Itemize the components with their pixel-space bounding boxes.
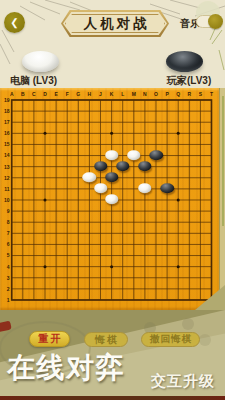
upgrade-label[interactable]: 交互升级 xyxy=(151,372,215,391)
stone-black-N13 xyxy=(138,161,152,171)
toggle-knob-icon xyxy=(208,14,223,29)
computer-stone-white xyxy=(22,51,59,72)
stone-white-M14 xyxy=(127,150,141,160)
app-screen: ❮ 人机对战 音乐 电脑 (LV3) 玩家(LV3) ABCDEFGHJKLMN… xyxy=(0,0,225,400)
stone-black-L13 xyxy=(116,161,130,171)
computer-label: 电脑 (LV3) xyxy=(10,74,57,88)
undo-button[interactable]: 悔棋 xyxy=(84,332,128,347)
stone-black-J13 xyxy=(94,161,108,171)
restart-button[interactable]: 重开 xyxy=(29,331,70,347)
stone-black-O14 xyxy=(149,150,163,160)
online-play-banner[interactable]: 在线对弈 xyxy=(7,349,125,387)
title-plaque: 人机对战 xyxy=(61,10,169,37)
stone-white-N11 xyxy=(138,183,152,193)
stone-white-K10 xyxy=(105,194,119,204)
stone-white-J11 xyxy=(94,183,108,193)
chevron-left-icon: ❮ xyxy=(10,17,18,28)
stone-white-H12 xyxy=(83,172,97,182)
music-toggle[interactable] xyxy=(196,15,222,28)
bottom-bar xyxy=(0,396,225,400)
bamboo-stalk-decoration xyxy=(222,96,224,226)
player-stone-black xyxy=(166,51,203,72)
stone-black-K12 xyxy=(105,172,119,182)
redo-undo-button[interactable]: 撤回悔棋 xyxy=(141,332,200,347)
player-label: 玩家(LV3) xyxy=(167,74,211,88)
stone-black-P11 xyxy=(160,183,174,193)
stone-white-K14 xyxy=(105,150,119,160)
page-title: 人机对战 xyxy=(61,10,169,37)
back-button[interactable]: ❮ xyxy=(4,12,25,33)
